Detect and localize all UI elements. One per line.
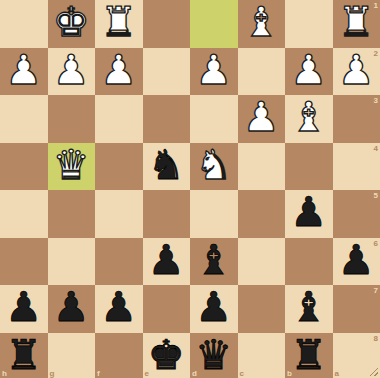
square-g3[interactable]	[48, 95, 96, 143]
square-c2[interactable]	[238, 48, 286, 96]
square-b3[interactable]: ♝	[285, 95, 333, 143]
square-f4[interactable]	[95, 143, 143, 191]
square-d7[interactable]: ♟	[190, 285, 238, 333]
piece-white-pawn[interactable]: ♟	[100, 50, 137, 91]
square-d2[interactable]: ♟	[190, 48, 238, 96]
square-c4[interactable]	[238, 143, 286, 191]
square-g7[interactable]: ♟	[48, 285, 96, 333]
square-f3[interactable]	[95, 95, 143, 143]
square-a5[interactable]: 5	[333, 190, 380, 238]
piece-white-rook[interactable]: ♜	[338, 2, 375, 43]
file-label-g: g	[50, 370, 55, 378]
square-d3[interactable]	[190, 95, 238, 143]
square-c1[interactable]: ♝	[238, 0, 286, 48]
square-e8[interactable]: ♚e	[143, 333, 191, 378]
square-g8[interactable]: g	[48, 333, 96, 378]
square-b5[interactable]: ♟	[285, 190, 333, 238]
square-e6[interactable]: ♟	[143, 238, 191, 286]
piece-white-king[interactable]: ♚	[53, 2, 90, 43]
piece-black-bishop[interactable]: ♝	[195, 240, 232, 281]
file-label-h: h	[2, 370, 7, 378]
square-f5[interactable]	[95, 190, 143, 238]
piece-white-pawn[interactable]: ♟	[53, 50, 90, 91]
piece-white-pawn[interactable]: ♟	[338, 50, 375, 91]
square-c5[interactable]	[238, 190, 286, 238]
piece-black-pawn[interactable]: ♟	[53, 287, 90, 328]
square-h7[interactable]: ♟	[0, 285, 48, 333]
square-a4[interactable]: 4	[333, 143, 380, 191]
square-d6[interactable]: ♝	[190, 238, 238, 286]
square-a2[interactable]: ♟2	[333, 48, 380, 96]
piece-black-pawn[interactable]: ♟	[338, 240, 375, 281]
rank-label-2: 2	[374, 50, 378, 58]
rank-label-7: 7	[374, 287, 378, 295]
square-e1[interactable]	[143, 0, 191, 48]
square-b6[interactable]	[285, 238, 333, 286]
square-a3[interactable]: 3	[333, 95, 380, 143]
square-g1[interactable]: ♚	[48, 0, 96, 48]
square-f7[interactable]: ♟	[95, 285, 143, 333]
square-a7[interactable]: 7	[333, 285, 380, 333]
square-g6[interactable]	[48, 238, 96, 286]
piece-white-rook[interactable]: ♜	[100, 2, 137, 43]
square-f1[interactable]: ♜	[95, 0, 143, 48]
piece-black-knight[interactable]: ♞	[148, 145, 185, 186]
square-c6[interactable]	[238, 238, 286, 286]
rank-label-5: 5	[374, 192, 378, 200]
square-h8[interactable]: ♜h	[0, 333, 48, 378]
rank-label-4: 4	[374, 145, 378, 153]
piece-black-pawn[interactable]: ♟	[195, 287, 232, 328]
square-h5[interactable]	[0, 190, 48, 238]
square-d5[interactable]	[190, 190, 238, 238]
square-f6[interactable]	[95, 238, 143, 286]
rank-label-3: 3	[374, 97, 378, 105]
file-label-f: f	[97, 370, 100, 378]
piece-white-pawn[interactable]: ♟	[195, 50, 232, 91]
piece-white-bishop[interactable]: ♝	[290, 97, 327, 138]
square-d8[interactable]: ♛d	[190, 333, 238, 378]
piece-white-pawn[interactable]: ♟	[290, 50, 327, 91]
square-d1[interactable]	[190, 0, 238, 48]
rank-label-8: 8	[374, 335, 378, 343]
piece-white-bishop[interactable]: ♝	[243, 2, 280, 43]
file-label-d: d	[192, 370, 197, 378]
file-label-b: b	[287, 370, 292, 378]
square-b8[interactable]: ♜b	[285, 333, 333, 378]
square-e4[interactable]: ♞	[143, 143, 191, 191]
square-b2[interactable]: ♟	[285, 48, 333, 96]
piece-black-pawn[interactable]: ♟	[290, 192, 327, 233]
piece-black-pawn[interactable]: ♟	[5, 287, 42, 328]
square-e2[interactable]	[143, 48, 191, 96]
square-c8[interactable]: c	[238, 333, 286, 378]
square-b4[interactable]	[285, 143, 333, 191]
square-a6[interactable]: ♟6	[333, 238, 380, 286]
square-d4[interactable]: ♞	[190, 143, 238, 191]
square-e7[interactable]	[143, 285, 191, 333]
square-h4[interactable]	[0, 143, 48, 191]
piece-white-queen[interactable]: ♛	[53, 145, 90, 186]
file-label-e: e	[145, 370, 149, 378]
file-label-c: c	[240, 370, 244, 378]
piece-black-king[interactable]: ♚	[148, 335, 185, 376]
piece-white-knight[interactable]: ♞	[195, 145, 232, 186]
rank-label-1: 1	[374, 2, 378, 10]
piece-black-bishop[interactable]: ♝	[290, 287, 327, 328]
square-h1[interactable]	[0, 0, 48, 48]
file-label-a: a	[335, 370, 339, 378]
square-g4[interactable]: ♛	[48, 143, 96, 191]
piece-black-queen[interactable]: ♛	[195, 335, 232, 376]
square-c7[interactable]	[238, 285, 286, 333]
square-g2[interactable]: ♟	[48, 48, 96, 96]
square-c3[interactable]: ♟	[238, 95, 286, 143]
rank-label-6: 6	[374, 240, 378, 248]
piece-black-rook[interactable]: ♜	[5, 335, 42, 376]
piece-black-pawn[interactable]: ♟	[148, 240, 185, 281]
square-g5[interactable]	[48, 190, 96, 238]
square-b7[interactable]: ♝	[285, 285, 333, 333]
piece-black-rook[interactable]: ♜	[290, 335, 327, 376]
square-a1[interactable]: ♜1	[333, 0, 380, 48]
square-f2[interactable]: ♟	[95, 48, 143, 96]
piece-black-pawn[interactable]: ♟	[100, 287, 137, 328]
chess-board: ♚♜♝♜1♟♟♟♟♟♟2♟♝3♛♞♞4♟5♟♝♟6♟♟♟♟♝7♜hgf♚e♛dc…	[0, 0, 380, 378]
square-h3[interactable]	[0, 95, 48, 143]
piece-white-pawn[interactable]: ♟	[243, 97, 280, 138]
square-f8[interactable]: f	[95, 333, 143, 378]
square-h6[interactable]	[0, 238, 48, 286]
square-e3[interactable]	[143, 95, 191, 143]
piece-white-pawn[interactable]: ♟	[5, 50, 42, 91]
square-b1[interactable]	[285, 0, 333, 48]
square-h2[interactable]: ♟	[0, 48, 48, 96]
square-e5[interactable]	[143, 190, 191, 238]
